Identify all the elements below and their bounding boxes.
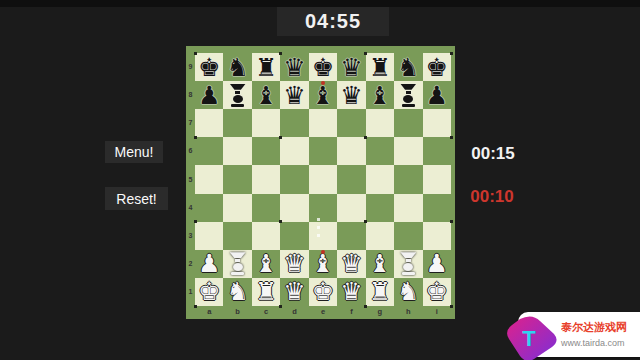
square-e4[interactable] bbox=[309, 194, 337, 222]
square-b8[interactable] bbox=[223, 81, 251, 109]
square-e5[interactable] bbox=[309, 165, 337, 193]
block-corner-dot bbox=[450, 136, 453, 139]
square-b6[interactable] bbox=[223, 137, 251, 165]
file-label-c: c bbox=[252, 307, 280, 316]
square-c2[interactable]: ♝ bbox=[252, 250, 280, 278]
block-corner-dot bbox=[364, 52, 367, 55]
watermark-site-name: 泰尔达游戏网 bbox=[561, 321, 637, 334]
square-g1[interactable]: ♜ bbox=[366, 278, 394, 306]
white-queen-piece[interactable]: ♛ bbox=[340, 279, 362, 304]
square-i3[interactable] bbox=[423, 222, 451, 250]
square-e7[interactable] bbox=[309, 109, 337, 137]
move-hint-dot bbox=[317, 218, 320, 221]
white-bishop-piece[interactable]: ♝ bbox=[255, 251, 277, 276]
black-bishop-piece[interactable]: ♝ bbox=[369, 83, 391, 108]
block-corner-dot bbox=[279, 220, 282, 223]
square-b3[interactable] bbox=[223, 222, 251, 250]
black-ornate-piece[interactable]: ♛ bbox=[340, 83, 362, 108]
square-g3[interactable] bbox=[366, 222, 394, 250]
rank-label-5: 5 bbox=[186, 176, 195, 183]
chalice-cup bbox=[400, 252, 416, 258]
square-e6[interactable] bbox=[309, 137, 337, 165]
square-c6[interactable] bbox=[252, 137, 280, 165]
file-label-b: b bbox=[223, 307, 251, 316]
square-g7[interactable] bbox=[366, 109, 394, 137]
square-d8[interactable]: ♛ bbox=[280, 81, 308, 109]
rank-label-4: 4 bbox=[186, 204, 195, 211]
square-a6[interactable] bbox=[195, 137, 223, 165]
black-knight-piece[interactable]: ♞ bbox=[226, 55, 248, 80]
chalice-base bbox=[231, 272, 244, 275]
white-crowned-piece[interactable]: ♚ bbox=[198, 279, 220, 304]
black-clock-value: 00:10 bbox=[470, 187, 513, 206]
black-king-piece[interactable]: ♚ bbox=[312, 55, 334, 80]
reset-button[interactable]: Reset! bbox=[105, 187, 168, 210]
black-rook-piece[interactable]: ♜ bbox=[255, 55, 277, 80]
block-corner-dot bbox=[450, 305, 453, 308]
square-c3[interactable] bbox=[252, 222, 280, 250]
white-chalice-piece[interactable] bbox=[229, 252, 246, 275]
square-i1[interactable]: ♚ bbox=[423, 278, 451, 306]
main-timer-value: 04:55 bbox=[305, 10, 361, 33]
square-i5[interactable] bbox=[423, 165, 451, 193]
square-f2[interactable]: ♛ bbox=[337, 250, 365, 278]
black-clock: 00:10 bbox=[466, 187, 518, 207]
black-rook-piece[interactable]: ♜ bbox=[369, 55, 391, 80]
square-b2[interactable] bbox=[223, 250, 251, 278]
chalice-cup bbox=[230, 84, 246, 90]
square-f6[interactable] bbox=[337, 137, 365, 165]
square-e2[interactable]: ♝ bbox=[309, 250, 337, 278]
black-bishop-piece[interactable]: ♝ bbox=[255, 83, 277, 108]
white-rook-piece[interactable]: ♜ bbox=[255, 279, 277, 304]
chalice-cup bbox=[400, 84, 416, 90]
rank-label-2: 2 bbox=[186, 260, 195, 267]
watermark-logo-letter: T bbox=[522, 326, 536, 351]
square-e3[interactable] bbox=[309, 222, 337, 250]
square-h3[interactable] bbox=[394, 222, 422, 250]
square-f3[interactable] bbox=[337, 222, 365, 250]
square-b4[interactable] bbox=[223, 194, 251, 222]
black-ornate-piece[interactable]: ♝ bbox=[312, 83, 334, 108]
white-knight-piece[interactable]: ♞ bbox=[397, 279, 419, 304]
square-g8[interactable]: ♝ bbox=[366, 81, 394, 109]
chalice-base bbox=[402, 104, 415, 107]
file-label-h: h bbox=[394, 307, 422, 316]
block-corner-dot bbox=[279, 136, 282, 139]
block-corner-dot bbox=[450, 220, 453, 223]
chalice-ball bbox=[403, 95, 413, 103]
square-i7[interactable] bbox=[423, 109, 451, 137]
menu-button-label: Menu! bbox=[115, 144, 154, 160]
chalice-cup bbox=[230, 252, 246, 258]
file-label-f: f bbox=[337, 307, 365, 316]
top-letterbox-band bbox=[0, 0, 640, 7]
square-h7[interactable] bbox=[394, 109, 422, 137]
square-g4[interactable] bbox=[366, 194, 394, 222]
rank-label-3: 3 bbox=[186, 232, 195, 239]
square-d4[interactable] bbox=[280, 194, 308, 222]
square-a3[interactable] bbox=[195, 222, 223, 250]
square-d6[interactable] bbox=[280, 137, 308, 165]
rank-label-8: 8 bbox=[186, 91, 195, 98]
main-timer: 04:55 bbox=[277, 7, 389, 36]
square-a7[interactable] bbox=[195, 109, 223, 137]
square-c7[interactable] bbox=[252, 109, 280, 137]
white-chalice-piece[interactable] bbox=[400, 252, 417, 275]
square-c4[interactable] bbox=[252, 194, 280, 222]
app-window: 04:55 Menu! Reset! 00:15 00:10 ♚♞♜♛♚♛♜♞♚… bbox=[0, 0, 640, 360]
square-d5[interactable] bbox=[280, 165, 308, 193]
black-chalice-piece[interactable] bbox=[229, 84, 246, 107]
chalice-ball bbox=[403, 263, 413, 271]
move-hint-dot bbox=[317, 226, 320, 229]
chalice-base bbox=[231, 104, 244, 107]
file-label-g: g bbox=[366, 307, 394, 316]
square-h9[interactable]: ♞ bbox=[394, 53, 422, 81]
square-a4[interactable] bbox=[195, 194, 223, 222]
block-corner-dot bbox=[194, 136, 197, 139]
block-corner-dot bbox=[194, 220, 197, 223]
square-h2[interactable] bbox=[394, 250, 422, 278]
rank-label-9: 9 bbox=[186, 63, 195, 70]
chalice-knob bbox=[406, 259, 411, 262]
block-corner-dot bbox=[364, 136, 367, 139]
square-b7[interactable] bbox=[223, 109, 251, 137]
square-h8[interactable] bbox=[394, 81, 422, 109]
square-a1[interactable]: ♚ bbox=[195, 278, 223, 306]
square-a5[interactable] bbox=[195, 165, 223, 193]
white-pawn-piece[interactable]: ♟ bbox=[198, 251, 220, 276]
square-d9[interactable]: ♛ bbox=[280, 53, 308, 81]
square-d3[interactable] bbox=[280, 222, 308, 250]
white-ornate-piece[interactable]: ♛ bbox=[340, 251, 362, 276]
chalice-knob bbox=[406, 91, 411, 94]
square-i6[interactable] bbox=[423, 137, 451, 165]
block-corner-dot bbox=[279, 52, 282, 55]
square-h6[interactable] bbox=[394, 137, 422, 165]
square-c8[interactable]: ♝ bbox=[252, 81, 280, 109]
square-h5[interactable] bbox=[394, 165, 422, 193]
block-corner-dot bbox=[194, 305, 197, 308]
white-queen-piece[interactable]: ♛ bbox=[283, 279, 305, 304]
black-ornate-piece[interactable]: ♛ bbox=[283, 83, 305, 108]
square-e8[interactable]: ♝ bbox=[309, 81, 337, 109]
white-ornate-piece[interactable]: ♝ bbox=[312, 251, 334, 276]
white-ornate-piece[interactable]: ♛ bbox=[283, 251, 305, 276]
square-i8[interactable]: ♟ bbox=[423, 81, 451, 109]
white-clock: 00:15 bbox=[467, 144, 519, 164]
white-knight-piece[interactable]: ♞ bbox=[226, 279, 248, 304]
rank-label-1: 1 bbox=[186, 288, 195, 295]
square-h1[interactable]: ♞ bbox=[394, 278, 422, 306]
square-f7[interactable] bbox=[337, 109, 365, 137]
block-corner-dot bbox=[279, 305, 282, 308]
black-knight-piece[interactable]: ♞ bbox=[397, 55, 419, 80]
red-crest-dot bbox=[321, 250, 325, 254]
square-b9[interactable]: ♞ bbox=[223, 53, 251, 81]
board-grid: ♚♞♜♛♚♛♜♞♚♟♝♛♝♛♝♟♟♝♛♝♛♝♟♚♞♜♛♚♛♜♞♚ bbox=[195, 53, 451, 306]
square-f9[interactable]: ♛ bbox=[337, 53, 365, 81]
square-g6[interactable] bbox=[366, 137, 394, 165]
square-b1[interactable]: ♞ bbox=[223, 278, 251, 306]
square-i2[interactable]: ♟ bbox=[423, 250, 451, 278]
square-d2[interactable]: ♛ bbox=[280, 250, 308, 278]
white-bishop-piece[interactable]: ♝ bbox=[369, 251, 391, 276]
chalice-ball bbox=[233, 263, 243, 271]
square-e1[interactable]: ♚ bbox=[309, 278, 337, 306]
square-d7[interactable] bbox=[280, 109, 308, 137]
chalice-ball bbox=[233, 95, 243, 103]
chalice-knob bbox=[235, 259, 240, 262]
white-crowned-piece[interactable]: ♚ bbox=[426, 279, 448, 304]
square-f5[interactable] bbox=[337, 165, 365, 193]
square-i4[interactable] bbox=[423, 194, 451, 222]
black-queen-piece[interactable]: ♛ bbox=[340, 55, 362, 80]
square-e9[interactable]: ♚ bbox=[309, 53, 337, 81]
square-c1[interactable]: ♜ bbox=[252, 278, 280, 306]
black-chalice-piece[interactable] bbox=[400, 84, 417, 107]
block-corner-dot bbox=[450, 52, 453, 55]
white-clock-value: 00:15 bbox=[471, 144, 514, 163]
file-label-a: a bbox=[195, 307, 223, 316]
black-crowned-piece[interactable]: ♚ bbox=[198, 55, 220, 80]
white-pawn-piece[interactable]: ♟ bbox=[426, 251, 448, 276]
chalice-knob bbox=[235, 91, 240, 94]
square-a8[interactable]: ♟ bbox=[195, 81, 223, 109]
square-f4[interactable] bbox=[337, 194, 365, 222]
menu-button[interactable]: Menu! bbox=[105, 141, 163, 163]
square-c5[interactable] bbox=[252, 165, 280, 193]
rank-label-6: 6 bbox=[186, 147, 195, 154]
square-a9[interactable]: ♚ bbox=[195, 53, 223, 81]
file-label-e: e bbox=[309, 307, 337, 316]
watermark-logo-icon: T bbox=[505, 315, 559, 360]
square-d1[interactable]: ♛ bbox=[280, 278, 308, 306]
block-corner-dot bbox=[364, 305, 367, 308]
square-h4[interactable] bbox=[394, 194, 422, 222]
square-i9[interactable]: ♚ bbox=[423, 53, 451, 81]
square-b5[interactable] bbox=[223, 165, 251, 193]
square-c9[interactable]: ♜ bbox=[252, 53, 280, 81]
black-crowned-piece[interactable]: ♚ bbox=[426, 55, 448, 80]
move-hint-dot bbox=[317, 234, 320, 237]
watermark-domain: www.tairda.com bbox=[561, 338, 625, 348]
square-g2[interactable]: ♝ bbox=[366, 250, 394, 278]
rank-label-7: 7 bbox=[186, 119, 195, 126]
square-f8[interactable]: ♛ bbox=[337, 81, 365, 109]
chalice-base bbox=[402, 272, 415, 275]
file-label-i: i bbox=[423, 307, 451, 316]
block-corner-dot bbox=[364, 220, 367, 223]
white-king-piece[interactable]: ♚ bbox=[312, 279, 334, 304]
white-rook-piece[interactable]: ♜ bbox=[369, 279, 391, 304]
chess-board: ♚♞♜♛♚♛♜♞♚♟♝♛♝♛♝♟♟♝♛♝♛♝♟♚♞♜♛♚♛♜♞♚ 9876543… bbox=[186, 46, 455, 319]
file-label-d: d bbox=[280, 307, 308, 316]
reset-button-label: Reset! bbox=[116, 191, 156, 207]
square-a2[interactable]: ♟ bbox=[195, 250, 223, 278]
square-f1[interactable]: ♛ bbox=[337, 278, 365, 306]
square-g5[interactable] bbox=[366, 165, 394, 193]
black-pawn-piece[interactable]: ♟ bbox=[198, 83, 220, 108]
black-queen-piece[interactable]: ♛ bbox=[283, 55, 305, 80]
block-corner-dot bbox=[194, 52, 197, 55]
square-g9[interactable]: ♜ bbox=[366, 53, 394, 81]
black-pawn-piece[interactable]: ♟ bbox=[426, 83, 448, 108]
